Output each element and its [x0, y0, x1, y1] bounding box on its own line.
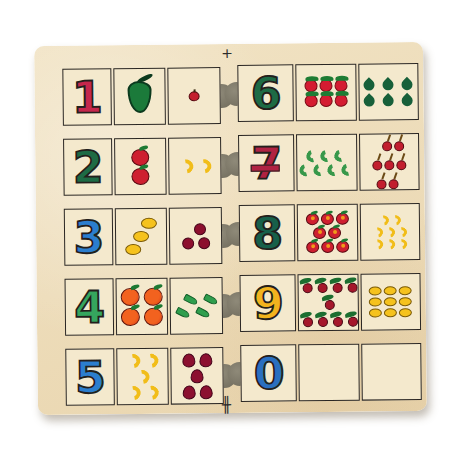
number-glyph-4: 4 — [74, 285, 104, 329]
fruit-row — [182, 294, 218, 305]
number-tile-0: 0 — [240, 344, 297, 402]
number-tile-2: 2 — [63, 138, 112, 196]
fruit-tile-apple-small — [168, 67, 221, 125]
lemon-icon — [399, 286, 412, 295]
fruit-row — [361, 93, 416, 108]
cherry-icon — [382, 141, 392, 151]
fruit-row — [376, 172, 398, 189]
banana-icon — [194, 156, 213, 175]
lemon-icon — [369, 286, 382, 295]
banana-icon — [395, 225, 409, 239]
fruit-row — [182, 353, 212, 367]
number-tile-8: 8 — [239, 204, 296, 262]
strawberry-icon — [304, 79, 317, 92]
cherry-leaf-icon — [332, 317, 342, 327]
fruit-row — [179, 159, 211, 173]
fruit-row — [382, 134, 404, 151]
cherry-leaf-icon — [325, 300, 335, 310]
number-glyph-9: 9 — [253, 281, 283, 325]
number-tile-1: 1 — [62, 68, 111, 126]
apple-icon — [321, 240, 334, 252]
fruit-row — [127, 385, 159, 399]
fruit-tile-banana — [168, 137, 221, 195]
banana-icon — [133, 367, 152, 386]
fruit-row — [125, 244, 141, 255]
fruit-tile-banana — [116, 348, 169, 406]
strawberry-icon — [335, 93, 348, 106]
fruit-row — [369, 308, 412, 317]
fruit-row — [305, 93, 348, 106]
banana-icon — [176, 156, 195, 175]
puzzle-board: + ╫ 12345 67890 CE eko — [34, 42, 427, 415]
pear-small-icon — [362, 77, 378, 93]
apple-icon — [306, 213, 319, 225]
empty-tile — [361, 343, 422, 401]
number-tile-3: 3 — [64, 208, 113, 266]
cherry-leaf-icon — [302, 283, 312, 293]
fruit-row — [133, 231, 149, 242]
lemon-icon — [384, 308, 397, 317]
cherry-icon — [396, 160, 406, 170]
strawberry-dark-icon — [182, 385, 195, 399]
number-tile-4: 4 — [65, 278, 114, 336]
number-tile-5: 5 — [65, 348, 114, 406]
apple-icon — [328, 226, 341, 238]
banana-green-icon — [319, 147, 335, 163]
cherry-icon — [376, 179, 386, 189]
apple-icon — [321, 212, 334, 224]
fruit-row — [300, 163, 354, 176]
seven-crossbar — [251, 165, 280, 172]
fruit-tile-berry — [169, 207, 222, 265]
cherry-icon — [388, 179, 398, 189]
fruit-row — [174, 307, 210, 318]
fruit-tile-pear-small — [358, 63, 419, 121]
fruit-row — [194, 223, 206, 235]
fruit-row — [182, 237, 210, 249]
lemon-icon — [399, 297, 412, 306]
lemon-icon — [125, 244, 141, 255]
fruit-tile-strawberry — [296, 64, 357, 122]
fruit-tile-cherry-leaf — [298, 274, 359, 332]
fruit-row — [121, 287, 163, 305]
banana-icon — [383, 237, 397, 251]
fruit-row — [306, 212, 349, 224]
fruit-row — [372, 153, 406, 170]
fruit-tile-lemon — [360, 273, 421, 331]
number-glyph-2: 2 — [73, 145, 103, 189]
puzzle-row-7[interactable]: 7 — [238, 133, 420, 192]
fruit-row — [191, 369, 204, 383]
lemon-icon — [133, 231, 149, 242]
pear-small-icon — [381, 93, 397, 109]
strawberry-dark-icon — [191, 369, 204, 383]
apple-icon — [313, 226, 326, 238]
fruit-row — [304, 78, 347, 91]
orange-apple-icon — [144, 287, 163, 305]
pepper-icon — [195, 306, 211, 319]
fruit-tile-apple — [114, 138, 167, 196]
fruit-row — [369, 286, 412, 295]
apple-icon — [131, 167, 149, 184]
banana-green-icon — [298, 162, 314, 178]
number-glyph-6: 6 — [251, 71, 281, 115]
strawberry-icon — [319, 78, 332, 91]
lemon-icon — [369, 297, 382, 306]
apple-icon — [131, 148, 149, 165]
apple-small-icon — [189, 91, 200, 101]
puzzle-row-0[interactable]: 0 — [240, 343, 422, 402]
pepper-icon — [203, 293, 219, 306]
fruit-row — [189, 91, 200, 101]
number-glyph-1: 1 — [72, 75, 102, 119]
orange-apple-icon — [121, 307, 140, 325]
fruit-row — [322, 295, 335, 310]
cherry-leaf-icon — [317, 317, 327, 327]
fruit-tile-banana-green — [296, 134, 357, 192]
cherry-icon — [372, 160, 382, 170]
lemon-icon — [384, 297, 397, 306]
banana-green-icon — [326, 161, 342, 177]
pepper-icon — [175, 306, 191, 319]
fruit-row — [369, 297, 412, 306]
fruit-tile-pear — [113, 68, 166, 126]
fruit-tile-strawberry-dark — [171, 347, 224, 405]
registration-mark-top: + — [221, 46, 233, 60]
fruit-row — [379, 215, 401, 225]
banana-icon — [371, 237, 385, 251]
fruit-row — [361, 77, 416, 92]
puzzle-row-8[interactable]: 8 — [239, 203, 421, 262]
fruit-row — [313, 226, 341, 238]
fruit-tile-banana — [359, 203, 420, 261]
banana-green-icon — [340, 161, 356, 177]
banana-icon — [389, 213, 403, 227]
number-tile-9: 9 — [239, 274, 296, 332]
orange-apple-icon — [144, 307, 163, 325]
banana-icon — [383, 225, 397, 239]
banana-icon — [377, 213, 391, 227]
fruit-row — [306, 240, 349, 252]
number-glyph-8: 8 — [252, 211, 282, 255]
puzzle-row-5[interactable]: 5 — [65, 347, 224, 406]
cherry-icon — [394, 141, 404, 151]
fruit-tile-lemon — [114, 208, 167, 266]
berry-icon — [194, 223, 206, 235]
fruit-tile-apple — [297, 204, 358, 262]
number-glyph-7: 7 — [251, 141, 281, 185]
strawberry-icon — [334, 78, 347, 91]
fruit-row — [373, 239, 407, 249]
apple-icon — [336, 240, 349, 252]
banana-green-icon — [312, 161, 328, 177]
lemon-icon — [399, 308, 412, 317]
apple-icon — [336, 212, 349, 224]
cherry-leaf-icon — [317, 283, 327, 293]
strawberry-dark-icon — [199, 353, 212, 367]
pear-icon — [127, 80, 151, 112]
fruit-row — [141, 218, 157, 229]
fruit-row — [373, 227, 407, 237]
strawberry-icon — [305, 94, 318, 107]
number-glyph-5: 5 — [75, 355, 105, 399]
banana-icon — [124, 383, 143, 402]
photo-background: + ╫ 12345 67890 CE eko — [0, 0, 452, 452]
fruit-row — [307, 149, 347, 161]
fruit-row — [299, 312, 357, 328]
number-tile-6: 6 — [237, 64, 294, 122]
number-glyph-3: 3 — [73, 215, 103, 259]
cherry-leaf-icon — [347, 283, 357, 293]
apple-icon — [306, 241, 319, 253]
fruit-row — [299, 278, 357, 294]
cherry-leaf-icon — [347, 317, 357, 327]
pear-small-icon — [400, 92, 416, 108]
banana-icon — [142, 351, 161, 370]
pear-small-icon — [400, 76, 416, 92]
pepper-icon — [183, 293, 199, 306]
lemon-icon — [369, 308, 382, 317]
fruit-row — [126, 353, 158, 367]
fruit-row — [131, 167, 149, 184]
fruit-row — [121, 307, 163, 325]
fruit-row — [182, 385, 212, 399]
number-tile-7: 7 — [238, 134, 295, 192]
banana-icon — [124, 351, 143, 370]
puzzle-row-3[interactable]: 3 — [64, 207, 223, 266]
banana-icon — [371, 225, 385, 239]
fruit-row — [131, 148, 149, 165]
lemon-icon — [141, 218, 157, 229]
orange-apple-icon — [121, 287, 140, 305]
banana-icon — [395, 237, 409, 251]
puzzle-row-1[interactable]: 1 — [62, 67, 221, 126]
left-column: 12345 — [62, 67, 224, 406]
pear-small-icon — [381, 77, 397, 93]
right-column: 67890 — [237, 63, 422, 402]
berry-icon — [182, 237, 194, 249]
berry-icon — [198, 237, 210, 249]
strawberry-dark-icon — [199, 385, 212, 399]
puzzle-row-9[interactable]: 9 — [239, 273, 421, 332]
puzzle-row-4[interactable]: 4 — [65, 277, 224, 336]
puzzle-row-6[interactable]: 6 — [237, 63, 419, 122]
number-glyph-0: 0 — [254, 351, 284, 395]
strawberry-icon — [320, 93, 333, 106]
fruit-row — [127, 80, 151, 112]
cherry-leaf-icon — [332, 283, 342, 293]
fruit-tile-pepper — [170, 277, 223, 335]
cherry-icon — [384, 160, 394, 170]
strawberry-dark-icon — [182, 353, 195, 367]
banana-icon — [142, 383, 161, 402]
fruit-tile-orange-apple — [115, 278, 168, 336]
banana-green-icon — [305, 147, 321, 163]
cherry-leaf-icon — [302, 317, 312, 327]
fruit-row — [135, 369, 149, 383]
lemon-icon — [384, 286, 397, 295]
banana-green-icon — [333, 147, 349, 163]
puzzle-row-2[interactable]: 2 — [63, 137, 222, 196]
fruit-tile-cherry — [359, 133, 420, 191]
empty-tile — [299, 344, 360, 402]
pear-small-icon — [362, 93, 378, 109]
